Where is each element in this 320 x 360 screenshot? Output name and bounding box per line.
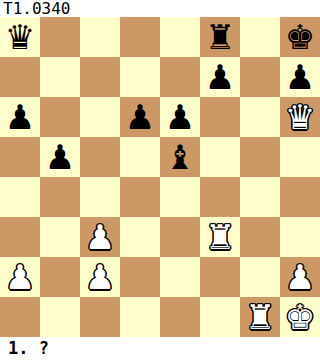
white-queen[interactable]: ♛ bbox=[285, 97, 315, 137]
square-g8[interactable] bbox=[240, 17, 280, 57]
square-e6[interactable]: ♟ bbox=[160, 97, 200, 137]
square-g7[interactable] bbox=[240, 57, 280, 97]
square-b3[interactable] bbox=[40, 217, 80, 257]
black-bishop[interactable]: ♝ bbox=[165, 137, 195, 177]
square-h4[interactable] bbox=[280, 177, 320, 217]
square-c5[interactable] bbox=[80, 137, 120, 177]
square-h3[interactable] bbox=[280, 217, 320, 257]
square-c6[interactable] bbox=[80, 97, 120, 137]
square-a5[interactable] bbox=[0, 137, 40, 177]
square-d7[interactable] bbox=[120, 57, 160, 97]
white-pawn[interactable]: ♟ bbox=[85, 257, 115, 297]
square-g3[interactable] bbox=[240, 217, 280, 257]
square-g4[interactable] bbox=[240, 177, 280, 217]
white-pawn[interactable]: ♟ bbox=[85, 217, 115, 257]
square-f6[interactable] bbox=[200, 97, 240, 137]
black-pawn[interactable]: ♟ bbox=[165, 97, 195, 137]
square-d3[interactable] bbox=[120, 217, 160, 257]
white-king[interactable]: ♚ bbox=[285, 297, 315, 337]
square-f7[interactable]: ♟ bbox=[200, 57, 240, 97]
square-b7[interactable] bbox=[40, 57, 80, 97]
square-h1[interactable]: ♚ bbox=[280, 297, 320, 337]
square-a8[interactable]: ♛ bbox=[0, 17, 40, 57]
square-b6[interactable] bbox=[40, 97, 80, 137]
black-pawn[interactable]: ♟ bbox=[285, 57, 315, 97]
white-pawn[interactable]: ♟ bbox=[5, 257, 35, 297]
square-e2[interactable] bbox=[160, 257, 200, 297]
square-g2[interactable] bbox=[240, 257, 280, 297]
black-king[interactable]: ♚ bbox=[285, 17, 315, 57]
square-a6[interactable]: ♟ bbox=[0, 97, 40, 137]
move-prompt: 1. ? bbox=[0, 337, 320, 360]
square-d2[interactable] bbox=[120, 257, 160, 297]
square-a1[interactable] bbox=[0, 297, 40, 337]
black-rook[interactable]: ♜ bbox=[205, 17, 235, 57]
square-c7[interactable] bbox=[80, 57, 120, 97]
white-rook[interactable]: ♜ bbox=[245, 297, 275, 337]
square-f8[interactable]: ♜ bbox=[200, 17, 240, 57]
square-c1[interactable] bbox=[80, 297, 120, 337]
square-b5[interactable]: ♟ bbox=[40, 137, 80, 177]
square-c8[interactable] bbox=[80, 17, 120, 57]
black-pawn[interactable]: ♟ bbox=[5, 97, 35, 137]
square-h5[interactable] bbox=[280, 137, 320, 177]
square-b1[interactable] bbox=[40, 297, 80, 337]
black-pawn[interactable]: ♟ bbox=[125, 97, 155, 137]
square-h8[interactable]: ♚ bbox=[280, 17, 320, 57]
square-f3[interactable]: ♜ bbox=[200, 217, 240, 257]
square-e3[interactable] bbox=[160, 217, 200, 257]
square-e7[interactable] bbox=[160, 57, 200, 97]
square-e8[interactable] bbox=[160, 17, 200, 57]
square-e5[interactable]: ♝ bbox=[160, 137, 200, 177]
square-g5[interactable] bbox=[240, 137, 280, 177]
square-h2[interactable]: ♟ bbox=[280, 257, 320, 297]
square-g6[interactable] bbox=[240, 97, 280, 137]
square-d5[interactable] bbox=[120, 137, 160, 177]
square-a7[interactable] bbox=[0, 57, 40, 97]
square-e4[interactable] bbox=[160, 177, 200, 217]
square-f4[interactable] bbox=[200, 177, 240, 217]
square-h7[interactable]: ♟ bbox=[280, 57, 320, 97]
white-rook[interactable]: ♜ bbox=[205, 217, 235, 257]
square-d4[interactable] bbox=[120, 177, 160, 217]
black-pawn[interactable]: ♟ bbox=[205, 57, 235, 97]
square-d6[interactable]: ♟ bbox=[120, 97, 160, 137]
square-a3[interactable] bbox=[0, 217, 40, 257]
square-a4[interactable] bbox=[0, 177, 40, 217]
square-g1[interactable]: ♜ bbox=[240, 297, 280, 337]
square-h6[interactable]: ♛ bbox=[280, 97, 320, 137]
square-a2[interactable]: ♟ bbox=[0, 257, 40, 297]
square-b8[interactable] bbox=[40, 17, 80, 57]
square-f5[interactable] bbox=[200, 137, 240, 177]
chess-puzzle-page: T1.0340 ♛♜♚♟♟♟♟♟♛♟♝♟♜♟♟♟♜♚ 1. ? bbox=[0, 0, 320, 360]
square-f1[interactable] bbox=[200, 297, 240, 337]
square-c2[interactable]: ♟ bbox=[80, 257, 120, 297]
chess-board: ♛♜♚♟♟♟♟♟♛♟♝♟♜♟♟♟♜♚ bbox=[0, 17, 320, 337]
black-queen[interactable]: ♛ bbox=[5, 17, 35, 57]
black-pawn[interactable]: ♟ bbox=[45, 137, 75, 177]
square-f2[interactable] bbox=[200, 257, 240, 297]
square-b4[interactable] bbox=[40, 177, 80, 217]
square-d1[interactable] bbox=[120, 297, 160, 337]
square-e1[interactable] bbox=[160, 297, 200, 337]
square-d8[interactable] bbox=[120, 17, 160, 57]
puzzle-title: T1.0340 bbox=[0, 0, 320, 17]
square-b2[interactable] bbox=[40, 257, 80, 297]
white-pawn[interactable]: ♟ bbox=[285, 257, 315, 297]
square-c3[interactable]: ♟ bbox=[80, 217, 120, 257]
square-c4[interactable] bbox=[80, 177, 120, 217]
